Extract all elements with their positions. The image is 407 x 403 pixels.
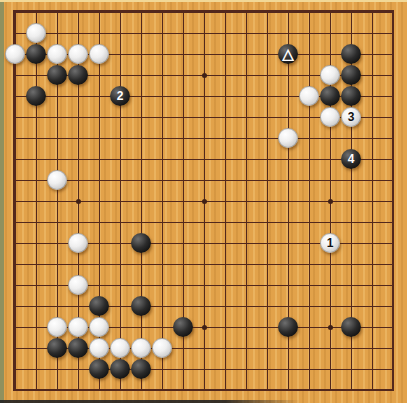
stone-black (89, 296, 109, 316)
stone-black (341, 44, 361, 64)
stone-black (26, 44, 46, 64)
star-point (76, 199, 81, 204)
top-edge-strip (0, 0, 407, 2)
stone-white (68, 233, 88, 253)
stone-black (341, 317, 361, 337)
stone-black (131, 359, 151, 379)
move-number-label: 4 (348, 153, 355, 165)
move-number-label: 3 (348, 111, 355, 123)
star-point (328, 325, 333, 330)
stone-black (89, 359, 109, 379)
stone-black (26, 86, 46, 106)
stone-white (299, 86, 319, 106)
star-point (202, 199, 207, 204)
stone-black (47, 338, 67, 358)
stone-black (173, 317, 193, 337)
stone-white: 1 (320, 233, 340, 253)
stone-white (5, 44, 25, 64)
move-number-label: 1 (327, 237, 334, 249)
stone-white (68, 44, 88, 64)
stone-white (26, 23, 46, 43)
stone-white (152, 338, 172, 358)
stone-white (47, 170, 67, 190)
stone-black: 2 (110, 86, 130, 106)
stone-white: 3 (341, 107, 361, 127)
stone-white (47, 317, 67, 337)
stone-white (89, 44, 109, 64)
star-point (328, 199, 333, 204)
stone-white (68, 275, 88, 295)
left-edge-strip (0, 0, 4, 403)
star-point (202, 73, 207, 78)
stone-black (47, 65, 67, 85)
stone-black (131, 296, 151, 316)
stone-black (110, 359, 130, 379)
stone-white (110, 338, 130, 358)
stone-white (131, 338, 151, 358)
stone-black (131, 233, 151, 253)
stone-black: △ (278, 44, 298, 64)
stone-black (278, 317, 298, 337)
stone-black (341, 86, 361, 106)
stone-black (68, 338, 88, 358)
go-board-screenshot: △2341 (0, 0, 407, 403)
stone-black (320, 86, 340, 106)
stone-white (89, 317, 109, 337)
stone-white (320, 107, 340, 127)
stone-black: 4 (341, 149, 361, 169)
stone-black (341, 65, 361, 85)
stone-white (47, 44, 67, 64)
stone-white (68, 317, 88, 337)
stone-white (278, 128, 298, 148)
star-point (202, 325, 207, 330)
move-number-label: 2 (117, 90, 124, 102)
stone-black (68, 65, 88, 85)
stone-white (320, 65, 340, 85)
triangle-mark-icon: △ (282, 46, 294, 61)
stone-white (89, 338, 109, 358)
